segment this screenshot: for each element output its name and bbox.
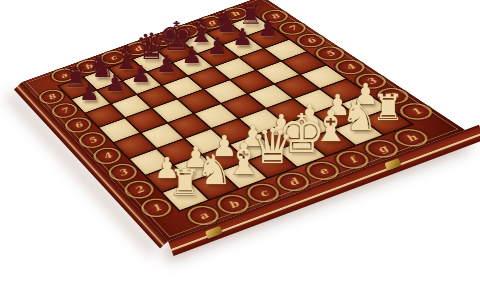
chess-set-photo: aa11bb22cc33dd44ee55ff66gg77hh88 ♜♞♝♛♚♝♞… (0, 0, 480, 281)
piece-black-pawn[interactable]: ♟ (207, 35, 228, 58)
piece-black-pawn[interactable]: ♟ (232, 25, 253, 48)
piece-black-pawn[interactable]: ♟ (257, 16, 278, 39)
piece-black-pawn[interactable]: ♟ (182, 44, 203, 67)
piece-black-pawn[interactable]: ♟ (156, 53, 177, 76)
piece-black-pawn[interactable]: ♟ (79, 81, 100, 104)
piece-black-pawn[interactable]: ♟ (131, 62, 152, 85)
piece-white-knight[interactable]: ♞ (196, 150, 233, 191)
piece-white-rook[interactable]: ♜ (169, 165, 201, 201)
piece-black-pawn[interactable]: ♟ (105, 71, 126, 94)
brass-latch-icon (205, 226, 223, 239)
brass-latch-icon (384, 158, 401, 171)
